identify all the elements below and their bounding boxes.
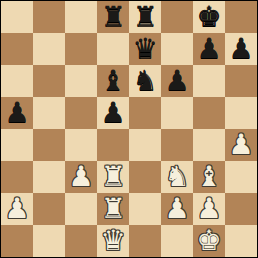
square-c3[interactable]: ♟ xyxy=(65,161,97,193)
piece-black-pawn[interactable]: ♟ xyxy=(100,97,125,129)
square-a5[interactable]: ♟ xyxy=(1,97,33,129)
piece-white-king[interactable]: ♚ xyxy=(196,225,221,257)
square-h4[interactable]: ♟ xyxy=(225,129,257,161)
piece-black-queen[interactable]: ♛ xyxy=(132,33,157,65)
square-g5[interactable] xyxy=(193,97,225,129)
square-g3[interactable]: ♝ xyxy=(193,161,225,193)
square-h3[interactable] xyxy=(225,161,257,193)
square-g6[interactable] xyxy=(193,65,225,97)
piece-black-king[interactable]: ♚ xyxy=(196,1,221,33)
square-c4[interactable] xyxy=(65,129,97,161)
chess-board: ♜♜♚♛♟♟♝♞♟♟♟♟♟♜♞♝♟♜♟♟♛♚ xyxy=(0,0,258,258)
square-b1[interactable] xyxy=(33,225,65,257)
square-e1[interactable] xyxy=(129,225,161,257)
square-d4[interactable] xyxy=(97,129,129,161)
piece-black-bishop[interactable]: ♝ xyxy=(100,65,125,97)
square-a8[interactable] xyxy=(1,1,33,33)
piece-white-rook[interactable]: ♜ xyxy=(100,193,125,225)
square-c8[interactable] xyxy=(65,1,97,33)
square-a1[interactable] xyxy=(1,225,33,257)
square-a6[interactable] xyxy=(1,65,33,97)
piece-black-rook[interactable]: ♜ xyxy=(100,1,125,33)
piece-black-pawn[interactable]: ♟ xyxy=(164,65,189,97)
piece-white-queen[interactable]: ♛ xyxy=(100,225,125,257)
square-a2[interactable]: ♟ xyxy=(1,193,33,225)
piece-white-knight[interactable]: ♞ xyxy=(164,161,189,193)
piece-black-pawn[interactable]: ♟ xyxy=(4,97,29,129)
square-e6[interactable]: ♞ xyxy=(129,65,161,97)
square-g8[interactable]: ♚ xyxy=(193,1,225,33)
square-a4[interactable] xyxy=(1,129,33,161)
square-c6[interactable] xyxy=(65,65,97,97)
square-g7[interactable]: ♟ xyxy=(193,33,225,65)
square-e3[interactable] xyxy=(129,161,161,193)
piece-white-pawn[interactable]: ♟ xyxy=(164,193,189,225)
square-f1[interactable] xyxy=(161,225,193,257)
square-f3[interactable]: ♞ xyxy=(161,161,193,193)
square-g4[interactable] xyxy=(193,129,225,161)
square-c2[interactable] xyxy=(65,193,97,225)
square-a7[interactable] xyxy=(1,33,33,65)
square-g1[interactable]: ♚ xyxy=(193,225,225,257)
square-h8[interactable] xyxy=(225,1,257,33)
square-c1[interactable] xyxy=(65,225,97,257)
square-d7[interactable] xyxy=(97,33,129,65)
square-c7[interactable] xyxy=(65,33,97,65)
square-h1[interactable] xyxy=(225,225,257,257)
piece-black-knight[interactable]: ♞ xyxy=(132,65,157,97)
square-b3[interactable] xyxy=(33,161,65,193)
square-e4[interactable] xyxy=(129,129,161,161)
square-d3[interactable]: ♜ xyxy=(97,161,129,193)
square-f5[interactable] xyxy=(161,97,193,129)
piece-white-rook[interactable]: ♜ xyxy=(100,161,125,193)
square-h2[interactable] xyxy=(225,193,257,225)
square-g2[interactable]: ♟ xyxy=(193,193,225,225)
piece-white-pawn[interactable]: ♟ xyxy=(4,193,29,225)
square-b6[interactable] xyxy=(33,65,65,97)
piece-white-pawn[interactable]: ♟ xyxy=(196,193,221,225)
square-h6[interactable] xyxy=(225,65,257,97)
chess-board-window: ♜♜♚♛♟♟♝♞♟♟♟♟♟♜♞♝♟♜♟♟♛♚ xyxy=(0,0,258,258)
piece-black-pawn[interactable]: ♟ xyxy=(228,33,253,65)
square-f4[interactable] xyxy=(161,129,193,161)
square-d6[interactable]: ♝ xyxy=(97,65,129,97)
square-f6[interactable]: ♟ xyxy=(161,65,193,97)
square-b4[interactable] xyxy=(33,129,65,161)
piece-white-pawn[interactable]: ♟ xyxy=(68,161,93,193)
square-a3[interactable] xyxy=(1,161,33,193)
piece-black-rook[interactable]: ♜ xyxy=(132,1,157,33)
square-d8[interactable]: ♜ xyxy=(97,1,129,33)
square-c5[interactable] xyxy=(65,97,97,129)
square-d1[interactable]: ♛ xyxy=(97,225,129,257)
piece-white-bishop[interactable]: ♝ xyxy=(196,161,221,193)
square-f7[interactable] xyxy=(161,33,193,65)
square-d5[interactable]: ♟ xyxy=(97,97,129,129)
square-f8[interactable] xyxy=(161,1,193,33)
square-h7[interactable]: ♟ xyxy=(225,33,257,65)
piece-black-pawn[interactable]: ♟ xyxy=(196,33,221,65)
square-e8[interactable]: ♜ xyxy=(129,1,161,33)
square-b7[interactable] xyxy=(33,33,65,65)
square-e7[interactable]: ♛ xyxy=(129,33,161,65)
square-e5[interactable] xyxy=(129,97,161,129)
square-d2[interactable]: ♜ xyxy=(97,193,129,225)
square-f2[interactable]: ♟ xyxy=(161,193,193,225)
square-h5[interactable] xyxy=(225,97,257,129)
piece-white-pawn[interactable]: ♟ xyxy=(228,129,253,161)
square-b5[interactable] xyxy=(33,97,65,129)
square-b8[interactable] xyxy=(33,1,65,33)
square-b2[interactable] xyxy=(33,193,65,225)
square-e2[interactable] xyxy=(129,193,161,225)
